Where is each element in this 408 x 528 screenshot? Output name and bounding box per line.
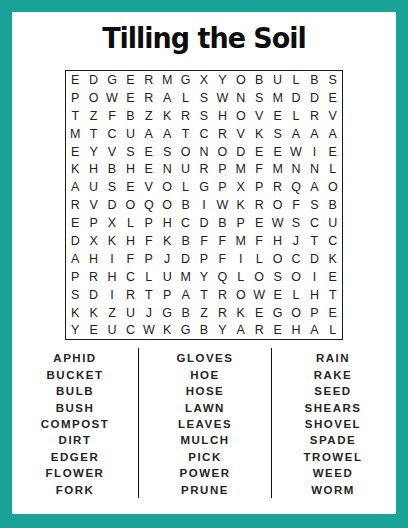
- grid-cell: F: [213, 232, 231, 250]
- grid-cell: R: [250, 321, 268, 339]
- grid-cell: F: [287, 196, 305, 214]
- grid-cell: H: [84, 160, 102, 178]
- grid-cell: B: [195, 321, 213, 339]
- grid-cell: R: [213, 125, 231, 143]
- grid-cell: R: [140, 89, 158, 107]
- word-column-3: RAINRAKESEEDSHEARSSHOVELSPADETROWELWEEDW…: [272, 348, 394, 498]
- grid-cell: C: [103, 125, 121, 143]
- grid-cell: U: [121, 304, 139, 322]
- grid-cell: E: [250, 304, 268, 322]
- grid-cell: O: [84, 89, 102, 107]
- grid-cell: H: [287, 321, 305, 339]
- word-item: FLOWER: [12, 465, 138, 481]
- grid-cell: S: [250, 89, 268, 107]
- word-item: FORK: [12, 482, 138, 498]
- grid-cell: A: [305, 178, 323, 196]
- grid-cell: R: [305, 107, 323, 125]
- grid-cell: E: [324, 89, 342, 107]
- grid-cell: C: [121, 321, 139, 339]
- word-item: TROWEL: [272, 449, 394, 465]
- grid-cell: W: [103, 89, 121, 107]
- grid-cell: F: [250, 160, 268, 178]
- grid-cell: E: [66, 143, 84, 161]
- grid-cell: F: [250, 232, 268, 250]
- grid-cell: O: [287, 268, 305, 286]
- grid-cell: E: [250, 214, 268, 232]
- word-item: SHEARS: [272, 400, 394, 416]
- word-item: LEAVES: [139, 416, 271, 432]
- grid-cell: N: [158, 160, 176, 178]
- grid-cell: O: [232, 107, 250, 125]
- grid-cell: B: [305, 71, 323, 89]
- grid-cell: G: [176, 71, 194, 89]
- grid-cell: W: [140, 321, 158, 339]
- grid-cell: E: [250, 143, 268, 161]
- grid-cell: L: [287, 286, 305, 304]
- word-item: HOSE: [139, 383, 271, 399]
- grid-cell: M: [176, 268, 194, 286]
- word-item: EDGER: [12, 449, 138, 465]
- grid-cell: P: [232, 214, 250, 232]
- grid-cell: K: [66, 160, 84, 178]
- grid-cell: O: [213, 143, 231, 161]
- grid-cell: W: [213, 89, 231, 107]
- grid-cell: K: [103, 232, 121, 250]
- grid-cell: D: [84, 286, 102, 304]
- grid-cell: O: [176, 143, 194, 161]
- grid-cell: P: [158, 286, 176, 304]
- grid-cell: S: [268, 125, 286, 143]
- page-frame: Tilling the Soil EDGERMGXYOBULBSPOWERALS…: [0, 0, 408, 528]
- grid-cell: G: [195, 178, 213, 196]
- grid-cell: H: [213, 107, 231, 125]
- grid-cell: E: [121, 71, 139, 89]
- grid-cell: C: [195, 125, 213, 143]
- word-item: MULCH: [139, 432, 271, 448]
- grid-cell: E: [268, 286, 286, 304]
- grid-cell: E: [140, 143, 158, 161]
- grid-cell: J: [287, 232, 305, 250]
- grid-cell: G: [103, 71, 121, 89]
- grid-cell: A: [158, 125, 176, 143]
- grid-cell: H: [305, 286, 323, 304]
- grid-cell: P: [195, 250, 213, 268]
- grid-cell: U: [121, 125, 139, 143]
- grid-cell: O: [268, 250, 286, 268]
- grid-cell: I: [305, 268, 323, 286]
- grid-cell: E: [324, 268, 342, 286]
- grid-cell: V: [232, 125, 250, 143]
- grid-cell: B: [324, 196, 342, 214]
- grid-cell: F: [103, 107, 121, 125]
- grid-cell: G: [176, 321, 194, 339]
- grid-cell: H: [158, 214, 176, 232]
- grid-cell: V: [140, 178, 158, 196]
- grid-cell: K: [158, 321, 176, 339]
- grid-cell: B: [213, 214, 231, 232]
- grid-cell: P: [84, 214, 102, 232]
- grid-cell: E: [121, 178, 139, 196]
- grid-cell: V: [324, 107, 342, 125]
- grid-cell: L: [232, 268, 250, 286]
- grid-cell: L: [140, 268, 158, 286]
- grid-cell: P: [305, 304, 323, 322]
- grid-cell: R: [140, 71, 158, 89]
- grid-cell: X: [232, 178, 250, 196]
- grid-cell: Y: [66, 321, 84, 339]
- word-item: PICK: [139, 449, 271, 465]
- grid-cell: P: [213, 178, 231, 196]
- grid-cell: W: [268, 214, 286, 232]
- grid-cell: Y: [213, 321, 231, 339]
- grid-cell: B: [103, 160, 121, 178]
- grid-cell: C: [305, 214, 323, 232]
- grid-cell: J: [140, 304, 158, 322]
- grid-cell: T: [84, 125, 102, 143]
- word-item: WORM: [272, 482, 394, 498]
- word-item: RAKE: [272, 367, 394, 383]
- grid-cell: E: [268, 321, 286, 339]
- grid-cell: U: [176, 160, 194, 178]
- grid-cell: M: [66, 125, 84, 143]
- grid-cell: W: [250, 286, 268, 304]
- grid-cell: C: [324, 232, 342, 250]
- grid-cell: D: [232, 143, 250, 161]
- grid-cell: S: [324, 71, 342, 89]
- grid-cell: L: [287, 107, 305, 125]
- grid-cell: L: [176, 89, 194, 107]
- grid-cell: T: [140, 286, 158, 304]
- grid-cell: S: [305, 196, 323, 214]
- grid-cell: O: [287, 304, 305, 322]
- grid-cell: M: [232, 160, 250, 178]
- grid-cell: L: [324, 321, 342, 339]
- word-search-grid: EDGERMGXYOBULBSPOWERALSWNSMDDETZFBZKRSHO…: [65, 70, 343, 340]
- grid-cell: H: [84, 250, 102, 268]
- grid-cell: S: [195, 107, 213, 125]
- grid-cell: O: [324, 178, 342, 196]
- grid-cell: O: [232, 286, 250, 304]
- grid-cell: D: [176, 250, 194, 268]
- puzzle-title: Tilling the Soil: [12, 22, 396, 54]
- grid-cell: Y: [84, 143, 102, 161]
- grid-cell: O: [158, 196, 176, 214]
- grid-cell: P: [140, 250, 158, 268]
- grid-cell: P: [213, 160, 231, 178]
- grid-cell: D: [305, 250, 323, 268]
- grid-cell: R: [213, 286, 231, 304]
- grid-cell: I: [103, 250, 121, 268]
- grid-cell: P: [66, 89, 84, 107]
- grid-cell: T: [66, 107, 84, 125]
- grid-cell: X: [84, 232, 102, 250]
- grid-cell: O: [121, 196, 139, 214]
- grid-cell: S: [287, 214, 305, 232]
- word-item: POWER: [139, 465, 271, 481]
- grid-cell: L: [176, 178, 194, 196]
- grid-cell: K: [232, 304, 250, 322]
- grid-cell: I: [195, 196, 213, 214]
- grid-cell: C: [121, 268, 139, 286]
- grid-cell: C: [176, 214, 194, 232]
- grid-cell: O: [268, 196, 286, 214]
- grid-cell: B: [176, 232, 194, 250]
- grid-cell: U: [158, 268, 176, 286]
- grid-cell: T: [176, 125, 194, 143]
- grid-cell: U: [84, 178, 102, 196]
- word-item: LAWN: [139, 400, 271, 416]
- grid-cell: H: [121, 160, 139, 178]
- grid-cell: L: [121, 214, 139, 232]
- grid-cell: H: [103, 268, 121, 286]
- grid-cell: X: [195, 71, 213, 89]
- grid-cell: E: [324, 143, 342, 161]
- grid-cell: R: [66, 196, 84, 214]
- grid-cell: A: [287, 125, 305, 143]
- grid-cell: P: [66, 268, 84, 286]
- word-column-2: GLOVESHOEHOSELAWNLEAVESMULCHPICKPOWERPRU…: [138, 348, 272, 498]
- grid-cell: A: [305, 321, 323, 339]
- word-item: SPADE: [272, 432, 394, 448]
- grid-cell: A: [66, 178, 84, 196]
- grid-cell: E: [66, 214, 84, 232]
- grid-cell: E: [268, 143, 286, 161]
- grid-cell: W: [287, 143, 305, 161]
- grid-cell: S: [121, 143, 139, 161]
- grid-cell: Z: [84, 107, 102, 125]
- grid-cell: D: [195, 214, 213, 232]
- grid-cell: C: [287, 250, 305, 268]
- grid-cell: A: [140, 125, 158, 143]
- grid-cell: A: [232, 321, 250, 339]
- word-item: BUSH: [12, 400, 138, 416]
- grid-cell: N: [305, 160, 323, 178]
- word-list: APHIDBUCKETBULBBUSHCOMPOSTDIRTEDGERFLOWE…: [12, 348, 396, 498]
- grid-cell: K: [158, 107, 176, 125]
- grid-cell: O: [250, 268, 268, 286]
- grid-cell: N: [287, 160, 305, 178]
- grid-cell: Y: [213, 71, 231, 89]
- grid-cell: X: [103, 214, 121, 232]
- grid-cell: R: [195, 160, 213, 178]
- word-item: BULB: [12, 383, 138, 399]
- grid-cell: I: [103, 286, 121, 304]
- word-item: BUCKET: [12, 367, 138, 383]
- word-item: RAIN: [272, 350, 394, 366]
- grid-cell: M: [232, 232, 250, 250]
- grid-cell: T: [195, 286, 213, 304]
- grid-cell: F: [195, 232, 213, 250]
- grid-cell: E: [84, 321, 102, 339]
- grid-cell: D: [103, 196, 121, 214]
- grid-cell: R: [213, 304, 231, 322]
- grid-cell: A: [324, 125, 342, 143]
- grid-cell: Z: [103, 304, 121, 322]
- word-item: SEED: [272, 383, 394, 399]
- grid-cell: J: [158, 250, 176, 268]
- grid-cell: B: [121, 107, 139, 125]
- grid-cell: D: [305, 89, 323, 107]
- grid-cell: F: [121, 250, 139, 268]
- grid-cell: K: [324, 250, 342, 268]
- grid-cell: D: [84, 71, 102, 89]
- grid-cell: V: [84, 196, 102, 214]
- grid-cell: S: [268, 268, 286, 286]
- grid-cell: P: [140, 214, 158, 232]
- grid-cell: M: [268, 160, 286, 178]
- grid-cell: K: [84, 304, 102, 322]
- grid-cell: G: [268, 304, 286, 322]
- grid-cell: M: [268, 89, 286, 107]
- grid-cell: R: [268, 178, 286, 196]
- grid-cell: A: [176, 286, 194, 304]
- grid-cell: V: [103, 143, 121, 161]
- grid-cell: B: [176, 304, 194, 322]
- grid-cell: M: [158, 71, 176, 89]
- grid-cell: Q: [213, 268, 231, 286]
- word-item: APHID: [12, 350, 138, 366]
- grid-cell: Z: [140, 107, 158, 125]
- grid-cell: S: [158, 143, 176, 161]
- word-item: PRUNE: [139, 482, 271, 498]
- grid-cell: O: [158, 178, 176, 196]
- grid-cell: I: [305, 143, 323, 161]
- grid-cell: F: [140, 232, 158, 250]
- grid-cell: L: [324, 160, 342, 178]
- grid-cell: Q: [287, 178, 305, 196]
- grid-cell: U: [103, 321, 121, 339]
- grid-cell: L: [250, 250, 268, 268]
- grid-cell: K: [232, 196, 250, 214]
- grid-cell: B: [250, 71, 268, 89]
- grid-cell: T: [324, 286, 342, 304]
- grid-cell: R: [176, 107, 194, 125]
- grid-cell: U: [268, 71, 286, 89]
- grid-cell: S: [103, 178, 121, 196]
- grid-cell: B: [176, 196, 194, 214]
- grid-cell: I: [232, 250, 250, 268]
- grid-cell: S: [195, 89, 213, 107]
- word-item: GLOVES: [139, 350, 271, 366]
- grid-cell: E: [140, 160, 158, 178]
- grid-cell: E: [324, 304, 342, 322]
- word-item: COMPOST: [12, 416, 138, 432]
- grid-cell: H: [121, 232, 139, 250]
- grid-cell: E: [268, 107, 286, 125]
- grid-cell: G: [158, 304, 176, 322]
- grid-cell: N: [232, 89, 250, 107]
- grid-cell: Z: [195, 304, 213, 322]
- word-item: SHOVEL: [272, 416, 394, 432]
- word-item: DIRT: [12, 432, 138, 448]
- grid-cell: K: [158, 232, 176, 250]
- grid-cell: D: [287, 89, 305, 107]
- grid-cell: E: [121, 89, 139, 107]
- grid-cell: H: [268, 232, 286, 250]
- grid-cell: W: [213, 196, 231, 214]
- grid-cell: Y: [195, 268, 213, 286]
- grid-cell: K: [250, 125, 268, 143]
- grid-cell: S: [66, 286, 84, 304]
- grid-cell: P: [250, 178, 268, 196]
- grid-cell: K: [66, 304, 84, 322]
- grid-cell: A: [158, 89, 176, 107]
- grid-cell: Q: [140, 196, 158, 214]
- word-item: WEED: [272, 465, 394, 481]
- grid-cell: U: [324, 214, 342, 232]
- grid-cell: V: [250, 107, 268, 125]
- grid-cell: R: [121, 286, 139, 304]
- grid-cell: T: [305, 232, 323, 250]
- grid-cell: R: [84, 268, 102, 286]
- grid-cell: A: [305, 125, 323, 143]
- word-column-1: APHIDBUCKETBULBBUSHCOMPOSTDIRTEDGERFLOWE…: [12, 348, 138, 498]
- grid-cell: L: [287, 71, 305, 89]
- grid-cell: D: [66, 232, 84, 250]
- word-item: HOE: [139, 367, 271, 383]
- grid-cell: E: [66, 71, 84, 89]
- grid-cell: N: [195, 143, 213, 161]
- grid-cell: A: [66, 250, 84, 268]
- grid-cell: R: [250, 196, 268, 214]
- grid-cell: O: [232, 71, 250, 89]
- grid-cell: F: [213, 250, 231, 268]
